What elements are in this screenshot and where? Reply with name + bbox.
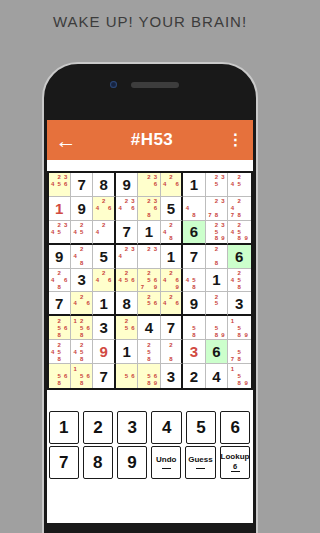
pencil-mark-slot [85, 246, 91, 253]
cell-r3c5[interactable]: 1 [138, 221, 160, 245]
cell-r9c1[interactable]: 568 [49, 364, 71, 388]
cell-r6c7[interactable]: 9 [183, 292, 205, 316]
pencil-mark-slot: 6 [62, 277, 68, 284]
pencil-mark-slot: 9 [243, 380, 250, 387]
cell-r3c1[interactable]: 2345 [49, 221, 71, 245]
pencil-mark-slot: 6 [130, 324, 136, 331]
pencil-mark-slot [62, 355, 68, 362]
cell-r6c1[interactable]: 7 [49, 292, 71, 316]
cell-r8c9[interactable]: 578 [228, 340, 250, 364]
pencil-mark-slot: 5 [236, 372, 243, 379]
pencil-marks: 2478 [228, 197, 250, 220]
cell-r1c7[interactable]: 1 [183, 173, 205, 197]
cell-r9c3[interactable]: 7 [93, 364, 115, 388]
pencil-mark-slot: 4 [229, 181, 236, 188]
key-digit-4[interactable]: 4 [151, 411, 181, 444]
cell-r6c9[interactable]: 3 [228, 292, 250, 316]
cell-r2c7[interactable]: 48 [183, 197, 205, 221]
given-digit: 1 [99, 296, 107, 311]
cell-r6c3[interactable]: 1 [93, 292, 115, 316]
pencil-mark-slot [152, 365, 158, 372]
pencil-mark-slot: 6 [152, 300, 158, 307]
pencil-mark-slot [220, 324, 226, 331]
cell-r5c6[interactable]: 2469 [161, 269, 183, 293]
pencil-mark-slot [220, 260, 226, 267]
pencil-mark-slot [62, 317, 68, 324]
key-digit-8[interactable]: 8 [83, 446, 113, 479]
given-digit: 1 [167, 249, 175, 264]
cell-r5c8[interactable]: 1 [206, 269, 228, 293]
pencil-mark-slot [243, 317, 250, 324]
cell-r2c2[interactable]: 9 [71, 197, 93, 221]
given-digit: 1 [190, 177, 198, 192]
cell-r5c3[interactable]: 246 [93, 269, 115, 293]
pencil-mark-slot [62, 188, 68, 195]
pencil-mark-slot [243, 205, 250, 212]
pencil-mark-slot: 6 [107, 205, 113, 212]
given-digit: 3 [235, 296, 243, 311]
pencil-mark-slot: 4 [229, 277, 236, 284]
overflow-menu-icon[interactable]: ⋮ [227, 132, 243, 148]
pencil-mark-slot [220, 181, 226, 188]
pencil-mark-slot [152, 270, 158, 277]
pencil-mark-slot [220, 307, 226, 314]
cell-r6c8[interactable]: 25 [206, 292, 228, 316]
pencil-mark-slot: 6 [152, 277, 158, 284]
cell-r1c2[interactable]: 7 [71, 173, 93, 197]
action-label: Lookup [221, 453, 250, 461]
pencil-mark-slot: 6 [85, 324, 91, 331]
pencil-mark-slot: 3 [62, 222, 68, 229]
pencil-marks: 1568 [71, 364, 92, 388]
pencil-mark-slot: 6 [85, 372, 91, 379]
pencil-mark-slot [236, 205, 243, 212]
pencil-marks: 256 [138, 292, 159, 314]
pencil-mark-slot [229, 188, 236, 195]
pencil-marks: 28 [206, 245, 227, 268]
pencil-mark-slot [85, 307, 91, 314]
cell-r7c3[interactable]: 3 [93, 316, 115, 340]
cell-r4c5[interactable]: 23 [138, 245, 160, 269]
key-digit-label: 1 [59, 419, 68, 436]
pencil-mark-slot [220, 228, 226, 235]
pencil-mark-slot: 9 [243, 331, 250, 338]
pencil-mark-slot [197, 331, 203, 338]
pencil-mark-slot [130, 380, 136, 387]
pencil-mark-slot [236, 341, 243, 348]
pencil-mark-slot: 5 [236, 228, 243, 235]
key-digit-2[interactable]: 2 [83, 411, 113, 444]
cell-r8c2[interactable]: 2458 [71, 340, 93, 364]
pencil-mark-slot [107, 212, 113, 219]
pencil-mark-slot [85, 228, 91, 235]
pencil-mark-slot [243, 341, 250, 348]
cell-r7c6[interactable]: 7 [161, 316, 183, 340]
camera-icon [110, 81, 117, 88]
pencil-mark-slot: 9 [152, 380, 158, 387]
pencil-mark-slot [229, 174, 236, 181]
action-sub-value: 6 [231, 463, 240, 472]
pencil-mark-slot [85, 293, 91, 300]
pencil-mark-slot [220, 246, 226, 253]
cell-r5c5[interactable]: 25679 [138, 269, 160, 293]
key-digit-label: 3 [128, 419, 137, 436]
pencil-mark-slot [85, 355, 91, 362]
pencil-mark-slot [243, 212, 250, 219]
key-digit-1[interactable]: 1 [49, 411, 79, 444]
undo-button[interactable]: Undo [151, 446, 181, 479]
key-digit-5[interactable]: 5 [186, 411, 216, 444]
given-digit: 7 [167, 320, 175, 335]
pencil-marks: 2568 [49, 316, 70, 339]
cell-r6c2[interactable]: 246 [71, 292, 93, 316]
cell-r4c7[interactable]: 7 [183, 245, 205, 269]
cell-r2c3[interactable]: 246 [93, 197, 115, 221]
given-digit: 9 [55, 249, 63, 264]
given-digit: 7 [122, 224, 130, 239]
pencil-mark-slot: 3 [152, 246, 158, 253]
pencil-mark-slot [85, 365, 91, 372]
pencil-mark-slot [107, 283, 113, 290]
pencil-marks: 245 [228, 173, 250, 196]
pencil-mark-slot [236, 365, 243, 372]
pencil-marks: 2346 [116, 197, 137, 220]
pencil-mark-slot: 3 [130, 198, 136, 205]
given-digit: 7 [77, 177, 85, 192]
given-digit: 6 [212, 344, 220, 359]
pencil-mark-slot: 4 [229, 205, 236, 212]
pencil-mark-slot [152, 341, 158, 348]
pencil-marks: 28 [161, 340, 181, 363]
pencil-mark-slot [85, 260, 91, 267]
app-header: ← #H53 ⋮ [47, 120, 253, 160]
cell-r6c5[interactable]: 256 [138, 292, 160, 316]
cell-r5c2[interactable]: 3 [71, 269, 93, 293]
cell-r2c5[interactable]: 2368 [138, 197, 160, 221]
cell-r4c1[interactable]: 9 [49, 245, 71, 269]
cell-r9c2[interactable]: 1568 [71, 364, 93, 388]
phone-screen: ← #H53 ⋮ 2345678923624612352451924623462… [47, 120, 253, 523]
pencil-mark-slot [243, 324, 250, 331]
pencil-mark-slot: 9 [220, 331, 226, 338]
given-digit: 7 [99, 369, 107, 384]
cell-r8c8[interactable]: 6 [206, 340, 228, 364]
pencil-mark-slot [229, 380, 236, 387]
given-digit: 6 [235, 249, 243, 264]
given-digit: 1 [122, 344, 130, 359]
pencil-mark-slot [107, 198, 113, 205]
pencil-mark-slot [174, 228, 180, 235]
pencil-marks: 5689 [138, 364, 159, 388]
pencil-mark-slot: 6 [130, 372, 136, 379]
pencil-mark-slot: 6 [152, 181, 158, 188]
pencil-mark-slot [236, 188, 243, 195]
pencil-marks: 235 [206, 173, 227, 196]
key-digit-9[interactable]: 9 [117, 446, 147, 479]
pencil-mark-slot: 3 [62, 174, 68, 181]
cell-r3c9[interactable]: 24589 [228, 221, 250, 245]
pencil-mark-slot [130, 212, 136, 219]
pencil-mark-slot [85, 341, 91, 348]
pencil-mark-slot [85, 253, 91, 260]
cell-r7c2[interactable]: 12568 [71, 316, 93, 340]
action-label: Undo [156, 456, 176, 464]
cell-r4c6[interactable]: 1 [161, 245, 183, 269]
pencil-marks: 23456 [49, 173, 70, 196]
pencil-mark-slot: 6 [152, 205, 158, 212]
pencil-marks: 245 [71, 221, 92, 243]
pencil-mark-slot [152, 260, 158, 267]
cell-r1c8[interactable]: 235 [206, 173, 228, 197]
cell-r4c4[interactable]: 234 [116, 245, 138, 269]
pencil-marks: 256 [116, 316, 137, 339]
pencil-marks: 248 [71, 245, 92, 268]
cell-r8c1[interactable]: 2458 [49, 340, 71, 364]
cell-r2c8[interactable]: 2378 [206, 197, 228, 221]
pencil-mark-slot: 6 [130, 205, 136, 212]
cell-r8c5[interactable]: 258 [138, 340, 160, 364]
pencil-mark-slot [107, 235, 113, 242]
pencil-mark-slot [220, 300, 226, 307]
pencil-marks: 246 [161, 173, 181, 196]
pencil-mark-slot [62, 270, 68, 277]
cell-r9c5[interactable]: 5689 [138, 364, 160, 388]
pencil-marks: 234 [116, 245, 137, 268]
pencil-mark-slot [174, 222, 180, 229]
pencil-marks: 48 [183, 197, 204, 220]
pencil-mark-slot: 6 [130, 277, 136, 284]
cell-r1c4[interactable]: 9 [116, 173, 138, 197]
pencil-marks: 2458 [49, 340, 70, 363]
pencil-mark-slot [130, 253, 136, 260]
cell-r7c5[interactable]: 4 [138, 316, 160, 340]
pencil-mark-slot [174, 235, 180, 242]
cell-r7c9[interactable]: 1589 [228, 316, 250, 340]
pencil-mark-slot [174, 174, 180, 181]
cell-r9c4[interactable]: 56 [116, 364, 138, 388]
cell-r4c8[interactable]: 28 [206, 245, 228, 269]
cell-r8c7[interactable]: 3 [183, 340, 205, 364]
cell-r4c3[interactable]: 5 [93, 245, 115, 269]
pencil-mark-slot: 3 [220, 174, 226, 181]
pencil-mark-slot [229, 348, 236, 355]
cell-r1c6[interactable]: 246 [161, 173, 183, 197]
pencil-mark-slot: 6 [174, 277, 180, 284]
pencil-marks: 1589 [228, 316, 250, 339]
given-digit: 2 [190, 369, 198, 384]
cell-r1c1[interactable]: 23456 [49, 173, 71, 197]
cell-r1c5[interactable]: 236 [138, 173, 160, 197]
pencil-mark-slot [229, 222, 236, 229]
pencil-mark-slot [62, 380, 68, 387]
pencil-mark-slot: 3 [152, 174, 158, 181]
cell-r3c3[interactable]: 24 [93, 221, 115, 245]
cell-r5c9[interactable]: 2458 [228, 269, 250, 293]
pencil-mark-slot: 3 [220, 198, 226, 205]
given-digit: 1 [212, 272, 220, 287]
pencil-marks: 248 [161, 221, 181, 243]
pencil-marks: 58 [183, 316, 204, 339]
pencil-mark-slot: 4 [229, 228, 236, 235]
action-label: Guess [188, 456, 212, 464]
cell-r9c6[interactable]: 3 [161, 364, 183, 388]
pencil-mark-slot [62, 341, 68, 348]
pencil-marks: 246 [93, 269, 113, 292]
pencil-mark-slot [85, 331, 91, 338]
pencil-mark-slot [174, 341, 180, 348]
pencil-marks: 258 [138, 340, 159, 363]
keypad-row-1: 123456 [49, 411, 251, 444]
pencil-mark-slot: 6 [62, 324, 68, 331]
pencil-mark-slot [152, 293, 158, 300]
pencil-mark-slot [243, 283, 250, 290]
cell-r7c7[interactable]: 58 [183, 316, 205, 340]
key-digit-label: 5 [196, 419, 205, 436]
key-digit-3[interactable]: 3 [117, 411, 147, 444]
pencil-mark-slot [130, 260, 136, 267]
given-digit: 7 [190, 249, 198, 264]
cell-r1c9[interactable]: 245 [228, 173, 250, 197]
given-digit: 3 [167, 369, 175, 384]
cell-r2c4[interactable]: 2346 [116, 197, 138, 221]
pencil-mark-slot [229, 372, 236, 379]
cell-r3c4[interactable]: 7 [116, 221, 138, 245]
pencil-mark-slot: 2 [236, 174, 243, 181]
cell-r1c3[interactable]: 8 [93, 173, 115, 197]
pencil-marks: 578 [228, 340, 250, 363]
pencil-marks: 25679 [138, 269, 159, 292]
pencil-mark-slot: 6 [85, 300, 91, 307]
given-digit: 9 [122, 177, 130, 192]
pencil-mark-slot: 6 [152, 372, 158, 379]
pencil-mark-slot [85, 317, 91, 324]
pencil-marks: 12568 [71, 316, 92, 339]
cell-r5c7[interactable]: 458 [183, 269, 205, 293]
key-digit-label: 4 [162, 419, 171, 436]
given-digit: 1 [145, 224, 153, 239]
pencil-mark-slot: 8 [236, 355, 243, 362]
cell-r7c1[interactable]: 2568 [49, 316, 71, 340]
pencil-mark-slot [197, 198, 203, 205]
back-arrow-icon[interactable]: ← [56, 130, 77, 151]
pencil-mark-slot [243, 355, 250, 362]
pencil-mark-slot: 8 [236, 380, 243, 387]
pencil-mark-slot [152, 188, 158, 195]
pencil-mark-slot: 6 [62, 181, 68, 188]
key-digit-label: 8 [93, 454, 102, 471]
pencil-mark-slot [85, 222, 91, 229]
key-digit-label: 7 [59, 454, 68, 471]
pencil-marks: 23 [138, 245, 159, 268]
pencil-mark-slot [243, 181, 250, 188]
pencil-marks: 25 [206, 292, 227, 314]
key-digit-7[interactable]: 7 [49, 446, 79, 479]
pencil-mark-slot [229, 341, 236, 348]
pencil-mark-slot: 3 [152, 198, 158, 205]
cell-r8c4[interactable]: 1 [116, 340, 138, 364]
key-digit-label: 6 [231, 419, 240, 436]
cell-r3c6[interactable]: 248 [161, 221, 183, 245]
pencil-mark-slot [174, 293, 180, 300]
cell-r7c8[interactable]: 589 [206, 316, 228, 340]
pencil-mark-slot [62, 228, 68, 235]
pencil-marks: 24 [93, 221, 113, 243]
pencil-marks: 2456 [116, 269, 137, 292]
pencil-marks: 23589 [206, 221, 227, 243]
cell-r6c4[interactable]: 8 [116, 292, 138, 316]
pencil-mark-slot: 9 [243, 235, 250, 242]
cell-r8c3[interactable]: 9 [93, 340, 115, 364]
cell-r2c6[interactable]: 5 [161, 197, 183, 221]
cell-r3c2[interactable]: 245 [71, 221, 93, 245]
action-sub-value [196, 466, 205, 469]
pencil-mark-slot [174, 348, 180, 355]
cell-r5c1[interactable]: 2468 [49, 269, 71, 293]
cell-r4c9[interactable]: 6 [228, 245, 250, 269]
pencil-mark-slot [85, 235, 91, 242]
cell-r5c4[interactable]: 2456 [116, 269, 138, 293]
given-digit: 5 [99, 249, 107, 264]
pencil-marks: 2368 [138, 197, 159, 220]
pencil-mark-slot [130, 270, 136, 277]
user-digit: 3 [190, 344, 198, 359]
pencil-mark-slot [229, 198, 236, 205]
cell-r7c4[interactable]: 256 [116, 316, 138, 340]
pencil-mark-slot [220, 253, 226, 260]
pencil-marks: 568 [49, 364, 70, 388]
pencil-mark-slot [243, 222, 250, 229]
key-digit-label: 9 [127, 454, 136, 471]
cell-r9c8[interactable]: 4 [206, 364, 228, 388]
pencil-mark-slot [236, 317, 243, 324]
pencil-mark-slot [229, 235, 236, 242]
key-digit-label: 2 [93, 419, 102, 436]
cell-r3c7[interactable]: 6 [183, 221, 205, 245]
pencil-mark-slot [197, 277, 203, 284]
pencil-mark-slot [174, 188, 180, 195]
pencil-mark-slot: 2 [236, 222, 243, 229]
cell-r8c6[interactable]: 28 [161, 340, 183, 364]
cell-r9c7[interactable]: 2 [183, 364, 205, 388]
pencil-marks: 246 [93, 197, 113, 220]
pencil-mark-slot [197, 283, 203, 290]
cell-r2c9[interactable]: 2478 [228, 197, 250, 221]
cell-r9c9[interactable]: 1589 [228, 364, 250, 388]
pencil-mark-slot [229, 324, 236, 331]
guess-button[interactable]: Guess [185, 446, 215, 479]
pencil-mark-slot [229, 283, 236, 290]
cell-r6c6[interactable]: 246 [161, 292, 183, 316]
pencil-marks: 2458 [71, 340, 92, 363]
pencil-mark-slot: 6 [174, 300, 180, 307]
pencil-mark-slot [130, 283, 136, 290]
pencil-mark-slot [107, 228, 113, 235]
cell-r4c2[interactable]: 248 [71, 245, 93, 269]
pencil-mark-slot [220, 317, 226, 324]
action-sub-value [162, 466, 171, 469]
cell-r3c8[interactable]: 23589 [206, 221, 228, 245]
pencil-mark-slot [243, 277, 250, 284]
pencil-mark-slot [220, 293, 226, 300]
pencil-mark-slot: 6 [107, 277, 113, 284]
lookup-button[interactable]: Lookup6 [220, 446, 251, 479]
key-digit-6[interactable]: 6 [220, 411, 250, 444]
pencil-mark-slot [130, 317, 136, 324]
pencil-mark-slot [152, 355, 158, 362]
phone-frame: ← #H53 ⋮ 2345678923624612352451924623462… [42, 62, 258, 533]
pencil-mark-slot [85, 348, 91, 355]
cell-r2c1[interactable]: 1 [49, 197, 71, 221]
